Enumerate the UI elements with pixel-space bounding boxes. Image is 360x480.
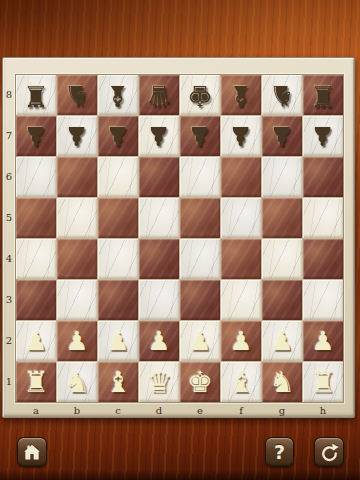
square-b4[interactable] [57,239,97,279]
square-d4[interactable] [139,239,179,279]
square-c5[interactable] [98,198,138,238]
piece-white-pawn[interactable]: ♟ [188,328,211,354]
file-label-b: b [67,404,87,418]
square-g2[interactable]: ♟ [262,321,302,361]
file-label-e: e [190,404,210,418]
square-e6[interactable] [180,157,220,197]
square-c3[interactable] [98,280,138,320]
app-screen: ♜♞♝♛♚♝♞♜♟♟♟♟♟♟♟♟♟♟♟♟♟♟♟♟♜♞♝♛♚♝♞♜ 8765432… [0,0,360,480]
rank-label-2: 2 [3,334,15,348]
square-b5[interactable] [57,198,97,238]
square-h7[interactable]: ♟ [303,116,343,156]
square-e5[interactable] [180,198,220,238]
square-h6[interactable] [303,157,343,197]
square-c6[interactable] [98,157,138,197]
piece-black-pawn[interactable]: ♟ [188,123,211,149]
file-label-a: a [26,404,46,418]
piece-black-pawn[interactable]: ♟ [106,123,129,149]
square-a8[interactable]: ♜ [16,75,56,115]
square-a5[interactable] [16,198,56,238]
square-b6[interactable] [57,157,97,197]
piece-white-pawn[interactable]: ♟ [311,328,334,354]
piece-white-pawn[interactable]: ♟ [24,328,47,354]
piece-white-knight[interactable]: ♞ [64,368,90,397]
square-d6[interactable] [139,157,179,197]
question-mark-label: ? [274,441,285,463]
file-label-d: d [149,404,169,418]
square-h3[interactable] [303,280,343,320]
square-e2[interactable]: ♟ [180,321,220,361]
piece-white-pawn[interactable]: ♟ [229,328,252,354]
board-inner-frame: ♜♞♝♛♚♝♞♜♟♟♟♟♟♟♟♟♟♟♟♟♟♟♟♟♜♞♝♛♚♝♞♜ [15,74,344,403]
piece-white-bishop[interactable]: ♝ [228,368,254,397]
square-e1[interactable]: ♚ [180,362,220,402]
square-f6[interactable] [221,157,261,197]
square-g1[interactable]: ♞ [262,362,302,402]
piece-black-knight[interactable]: ♞ [64,81,90,110]
square-g3[interactable] [262,280,302,320]
square-g5[interactable] [262,198,302,238]
file-label-g: g [272,404,292,418]
square-c1[interactable]: ♝ [98,362,138,402]
rank-label-5: 5 [3,211,15,225]
piece-black-queen[interactable]: ♛ [146,81,172,110]
square-h1[interactable]: ♜ [303,362,343,402]
square-a4[interactable] [16,239,56,279]
piece-black-rook[interactable]: ♜ [23,81,49,110]
square-f7[interactable]: ♟ [221,116,261,156]
rank-label-6: 6 [3,170,15,184]
restart-button[interactable] [314,437,344,467]
piece-black-pawn[interactable]: ♟ [24,123,47,149]
square-d2[interactable]: ♟ [139,321,179,361]
square-a2[interactable]: ♟ [16,321,56,361]
piece-black-pawn[interactable]: ♟ [229,123,252,149]
piece-black-king[interactable]: ♚ [187,81,213,110]
square-a1[interactable]: ♜ [16,362,56,402]
square-g8[interactable]: ♞ [262,75,302,115]
help-button[interactable]: ? [265,437,294,467]
file-label-h: h [313,404,333,418]
square-e4[interactable] [180,239,220,279]
square-f8[interactable]: ♝ [221,75,261,115]
piece-white-king[interactable]: ♚ [187,368,213,397]
square-f1[interactable]: ♝ [221,362,261,402]
square-g6[interactable] [262,157,302,197]
piece-black-pawn[interactable]: ♟ [311,123,334,149]
square-a7[interactable]: ♟ [16,116,56,156]
file-label-f: f [231,404,251,418]
rank-label-8: 8 [3,88,15,102]
square-d5[interactable] [139,198,179,238]
square-a6[interactable] [16,157,56,197]
file-label-c: c [108,404,128,418]
square-b8[interactable]: ♞ [57,75,97,115]
piece-black-pawn[interactable]: ♟ [270,123,293,149]
square-f5[interactable] [221,198,261,238]
square-b7[interactable]: ♟ [57,116,97,156]
square-d3[interactable] [139,280,179,320]
rank-label-7: 7 [3,129,15,143]
piece-white-pawn[interactable]: ♟ [270,328,293,354]
square-h8[interactable]: ♜ [303,75,343,115]
square-b1[interactable]: ♞ [57,362,97,402]
square-h4[interactable] [303,239,343,279]
square-g7[interactable]: ♟ [262,116,302,156]
square-b3[interactable] [57,280,97,320]
square-e3[interactable] [180,280,220,320]
piece-white-pawn[interactable]: ♟ [106,328,129,354]
piece-white-rook[interactable]: ♜ [23,368,49,397]
square-h5[interactable] [303,198,343,238]
piece-black-bishop[interactable]: ♝ [228,81,254,110]
square-d7[interactable]: ♟ [139,116,179,156]
piece-white-rook[interactable]: ♜ [310,368,336,397]
home-icon [22,442,42,462]
piece-black-pawn[interactable]: ♟ [65,123,88,149]
piece-black-bishop[interactable]: ♝ [105,81,131,110]
rank-label-4: 4 [3,252,15,266]
piece-white-queen[interactable]: ♛ [146,368,172,397]
piece-black-rook[interactable]: ♜ [310,81,336,110]
home-button[interactable] [17,437,47,467]
square-f2[interactable]: ♟ [221,321,261,361]
square-c7[interactable]: ♟ [98,116,138,156]
chess-board: ♜♞♝♛♚♝♞♜♟♟♟♟♟♟♟♟♟♟♟♟♟♟♟♟♜♞♝♛♚♝♞♜ 8765432… [2,57,355,418]
square-d1[interactable]: ♛ [139,362,179,402]
square-a3[interactable] [16,280,56,320]
square-d8[interactable]: ♛ [139,75,179,115]
piece-black-pawn[interactable]: ♟ [147,123,170,149]
square-b2[interactable]: ♟ [57,321,97,361]
piece-white-bishop[interactable]: ♝ [105,368,131,397]
square-h2[interactable]: ♟ [303,321,343,361]
piece-white-knight[interactable]: ♞ [269,368,295,397]
square-g4[interactable] [262,239,302,279]
rank-label-1: 1 [3,375,15,389]
square-e8[interactable]: ♚ [180,75,220,115]
square-e7[interactable]: ♟ [180,116,220,156]
piece-white-pawn[interactable]: ♟ [65,328,88,354]
restart-circular-arrow-icon [319,442,340,463]
square-f4[interactable] [221,239,261,279]
square-f3[interactable] [221,280,261,320]
rank-label-3: 3 [3,293,15,307]
board-squares: ♜♞♝♛♚♝♞♜♟♟♟♟♟♟♟♟♟♟♟♟♟♟♟♟♜♞♝♛♚♝♞♜ [16,75,343,402]
square-c4[interactable] [98,239,138,279]
square-c2[interactable]: ♟ [98,321,138,361]
square-c8[interactable]: ♝ [98,75,138,115]
piece-white-pawn[interactable]: ♟ [147,328,170,354]
piece-black-knight[interactable]: ♞ [269,81,295,110]
